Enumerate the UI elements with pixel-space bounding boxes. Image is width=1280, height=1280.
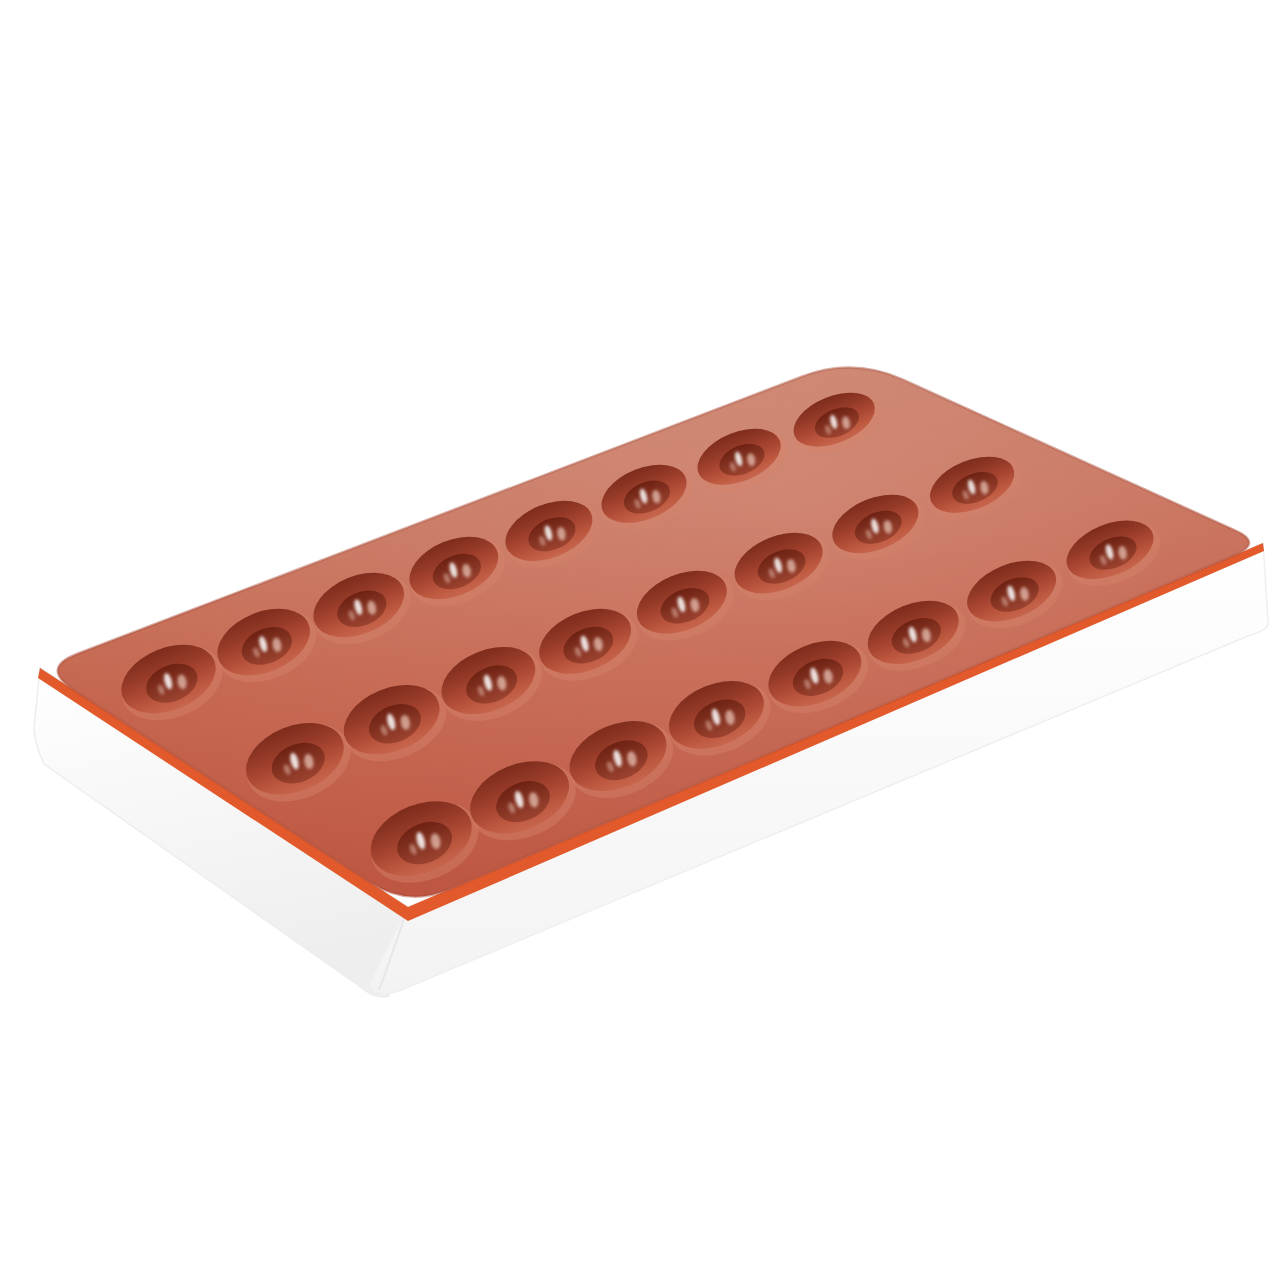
photo-stage: Angled overhead photo of a rectangular t… <box>0 0 1280 1280</box>
pit-tray-board <box>0 0 1280 1280</box>
